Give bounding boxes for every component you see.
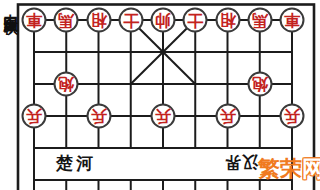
piece-soldier[interactable]: 兵 — [151, 104, 176, 129]
piece-soldier[interactable]: 兵 — [280, 104, 305, 129]
piece-advisor[interactable]: 士 — [183, 8, 208, 33]
piece-elephant[interactable]: 相 — [86, 8, 111, 33]
watermark-logo: 繁荣网 — [258, 154, 320, 184]
piece-soldier[interactable]: 兵 — [215, 104, 240, 129]
piece-chariot[interactable]: 車 — [22, 8, 47, 33]
piece-chariot[interactable]: 車 — [280, 8, 305, 33]
watermark-outline-text: 网 — [302, 156, 320, 181]
piece-cannon[interactable]: 炮 — [54, 72, 79, 97]
piece-soldier[interactable]: 兵 — [86, 104, 111, 129]
piece-horse[interactable]: 馬 — [247, 8, 272, 33]
xiangqi-screenshot: 中国象棋 楚河 汉界 車馬相士帅士相馬車炮炮兵兵兵兵兵 繁荣网 — [0, 0, 320, 190]
piece-horse[interactable]: 馬 — [54, 8, 79, 33]
piece-elephant[interactable]: 相 — [215, 8, 240, 33]
watermark-solid-text: 繁荣 — [258, 156, 302, 181]
piece-advisor[interactable]: 士 — [118, 8, 143, 33]
piece-general[interactable]: 帅 — [151, 8, 176, 33]
piece-cannon[interactable]: 炮 — [247, 72, 272, 97]
piece-soldier[interactable]: 兵 — [22, 104, 47, 129]
